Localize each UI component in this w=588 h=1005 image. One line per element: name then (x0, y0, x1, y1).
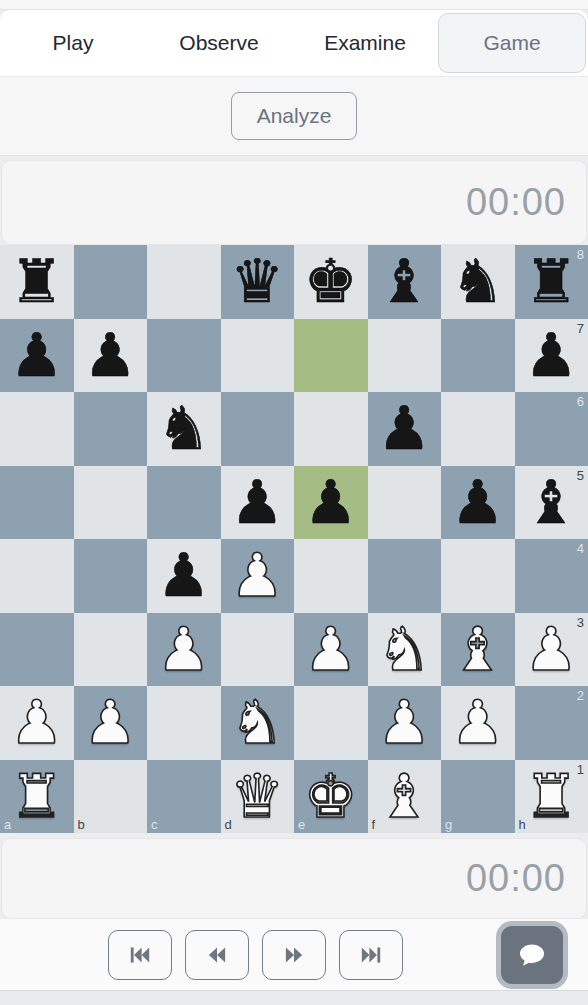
square-g4[interactable] (441, 539, 515, 613)
square-d7[interactable] (221, 319, 295, 393)
skip-to-end-button[interactable] (339, 930, 403, 980)
rewind-icon (204, 942, 230, 968)
piece-white-queen: ♛ (230, 760, 284, 834)
square-a6[interactable] (0, 392, 74, 466)
file-label-f: f (372, 818, 376, 831)
square-c6[interactable]: ♞ (147, 392, 221, 466)
chat-bubble-icon (515, 938, 549, 972)
square-b2[interactable]: ♟ (74, 686, 148, 760)
file-label-e: e (298, 818, 305, 831)
square-c7[interactable] (147, 319, 221, 393)
status-strip (0, 0, 588, 10)
piece-black-bishop: ♝ (524, 466, 578, 540)
piece-white-pawn: ♟ (377, 686, 431, 760)
square-d8[interactable]: ♛ (221, 245, 295, 319)
square-g7[interactable] (441, 319, 515, 393)
square-g8[interactable]: ♞ (441, 245, 515, 319)
square-h5[interactable]: ♝5 (515, 466, 588, 540)
square-a2[interactable]: ♟ (0, 686, 74, 760)
piece-white-pawn: ♟ (10, 686, 64, 760)
player-clock: 00:00 (466, 857, 586, 900)
file-label-c: c (151, 818, 158, 831)
square-f1[interactable]: ♝f (368, 760, 442, 834)
file-label-b: b (78, 818, 85, 831)
square-d3[interactable] (221, 613, 295, 687)
square-a1[interactable]: ♜a (0, 760, 74, 834)
square-c1[interactable]: c (147, 760, 221, 834)
home-bar-strip (0, 990, 588, 1005)
file-label-h: h (519, 818, 526, 831)
file-label-d: d (225, 818, 232, 831)
skip-to-end-icon (358, 942, 384, 968)
square-c8[interactable] (147, 245, 221, 319)
move-navigation-bar (0, 919, 588, 990)
chess-board: ♜♛♚♝♞♜8♟♟♟7♞♟6♟♟♟♝5♟♟4♟♟♞♝♟3♟♟♞♟♟2♜abc♛d… (0, 245, 588, 833)
square-f6[interactable]: ♟ (368, 392, 442, 466)
square-b6[interactable] (74, 392, 148, 466)
square-e8[interactable]: ♚ (294, 245, 368, 319)
square-f7[interactable] (368, 319, 442, 393)
tab-bar: Play Observe Examine Game (0, 10, 588, 77)
rank-label-6: 6 (577, 395, 584, 408)
square-f5[interactable] (368, 466, 442, 540)
square-g1[interactable]: g (441, 760, 515, 834)
square-a7[interactable]: ♟ (0, 319, 74, 393)
piece-black-rook: ♜ (524, 245, 578, 319)
fast-forward-button[interactable] (262, 930, 326, 980)
square-d2[interactable]: ♞ (221, 686, 295, 760)
rank-label-3: 3 (577, 616, 584, 629)
piece-black-pawn: ♟ (451, 466, 505, 540)
piece-black-pawn: ♟ (304, 466, 358, 540)
rewind-button[interactable] (185, 930, 249, 980)
skip-to-start-button[interactable] (108, 930, 172, 980)
square-e6[interactable] (294, 392, 368, 466)
piece-white-pawn: ♟ (230, 539, 284, 613)
piece-white-knight: ♞ (230, 686, 284, 760)
piece-white-king: ♚ (304, 760, 358, 834)
tab-examine[interactable]: Examine (292, 10, 438, 76)
piece-black-pawn: ♟ (83, 319, 137, 393)
square-h2[interactable]: 2 (515, 686, 588, 760)
rank-label-7: 7 (577, 322, 584, 335)
square-e3[interactable]: ♟ (294, 613, 368, 687)
piece-black-pawn: ♟ (524, 319, 578, 393)
move-nav-group (108, 930, 403, 980)
square-e5[interactable]: ♟ (294, 466, 368, 540)
piece-black-knight: ♞ (451, 245, 505, 319)
piece-black-knight: ♞ (157, 392, 211, 466)
square-h7[interactable]: ♟7 (515, 319, 588, 393)
square-a3[interactable] (0, 613, 74, 687)
square-e7[interactable] (294, 319, 368, 393)
square-c5[interactable] (147, 466, 221, 540)
square-h4[interactable]: 4 (515, 539, 588, 613)
analyze-row: Analyze (0, 77, 588, 156)
square-h3[interactable]: ♟3 (515, 613, 588, 687)
square-b8[interactable] (74, 245, 148, 319)
square-g3[interactable]: ♝ (441, 613, 515, 687)
piece-black-bishop: ♝ (377, 245, 431, 319)
tab-game[interactable]: Game (438, 13, 586, 73)
square-h1[interactable]: ♜1h (515, 760, 588, 834)
player-clock-card: 00:00 (1, 838, 587, 919)
piece-black-pawn: ♟ (10, 319, 64, 393)
piece-black-pawn: ♟ (157, 539, 211, 613)
piece-white-rook: ♜ (524, 760, 578, 834)
square-b7[interactable]: ♟ (74, 319, 148, 393)
piece-black-rook: ♜ (10, 245, 64, 319)
fast-forward-icon (281, 942, 307, 968)
square-f3[interactable]: ♞ (368, 613, 442, 687)
square-d4[interactable]: ♟ (221, 539, 295, 613)
piece-white-pawn: ♟ (157, 613, 211, 687)
piece-black-pawn: ♟ (377, 392, 431, 466)
square-a8[interactable]: ♜ (0, 245, 74, 319)
square-b5[interactable] (74, 466, 148, 540)
square-d5[interactable]: ♟ (221, 466, 295, 540)
square-e4[interactable] (294, 539, 368, 613)
piece-white-pawn: ♟ (451, 686, 505, 760)
piece-white-pawn: ♟ (524, 613, 578, 687)
piece-white-pawn: ♟ (83, 686, 137, 760)
rank-label-4: 4 (577, 542, 584, 555)
piece-white-bishop: ♝ (377, 760, 431, 834)
tab-play[interactable]: Play (0, 10, 146, 76)
rank-label-8: 8 (577, 248, 584, 261)
square-c4[interactable]: ♟ (147, 539, 221, 613)
square-a4[interactable] (0, 539, 74, 613)
square-b3[interactable] (74, 613, 148, 687)
piece-black-king: ♚ (304, 245, 358, 319)
square-e2[interactable] (294, 686, 368, 760)
rank-label-5: 5 (577, 469, 584, 482)
square-c3[interactable]: ♟ (147, 613, 221, 687)
skip-to-start-icon (127, 942, 153, 968)
piece-black-queen: ♛ (230, 245, 284, 319)
opponent-clock-card: 00:00 (1, 160, 587, 245)
piece-white-bishop: ♝ (451, 613, 505, 687)
rank-label-2: 2 (577, 689, 584, 702)
square-g2[interactable]: ♟ (441, 686, 515, 760)
square-e1[interactable]: ♚e (294, 760, 368, 834)
piece-white-knight: ♞ (377, 613, 431, 687)
piece-black-pawn: ♟ (230, 466, 284, 540)
square-g6[interactable] (441, 392, 515, 466)
file-label-g: g (445, 818, 452, 831)
square-f8[interactable]: ♝ (368, 245, 442, 319)
square-f2[interactable]: ♟ (368, 686, 442, 760)
piece-white-rook: ♜ (10, 760, 64, 834)
opponent-clock: 00:00 (466, 181, 586, 224)
piece-white-pawn: ♟ (304, 613, 358, 687)
square-b1[interactable]: b (74, 760, 148, 834)
square-d6[interactable] (221, 392, 295, 466)
square-d1[interactable]: ♛d (221, 760, 295, 834)
tab-observe[interactable]: Observe (146, 10, 292, 76)
analyze-button[interactable]: Analyze (231, 92, 358, 140)
square-c2[interactable] (147, 686, 221, 760)
rank-label-1: 1 (577, 763, 584, 776)
square-f4[interactable] (368, 539, 442, 613)
square-h8[interactable]: ♜8 (515, 245, 588, 319)
chess-app: Play Observe Examine Game Analyze 00:00 … (0, 0, 588, 1005)
file-label-a: a (4, 818, 11, 831)
square-g5[interactable]: ♟ (441, 466, 515, 540)
square-b4[interactable] (74, 539, 148, 613)
square-h6[interactable]: 6 (515, 392, 588, 466)
chat-button[interactable] (496, 921, 568, 989)
square-a5[interactable] (0, 466, 74, 540)
